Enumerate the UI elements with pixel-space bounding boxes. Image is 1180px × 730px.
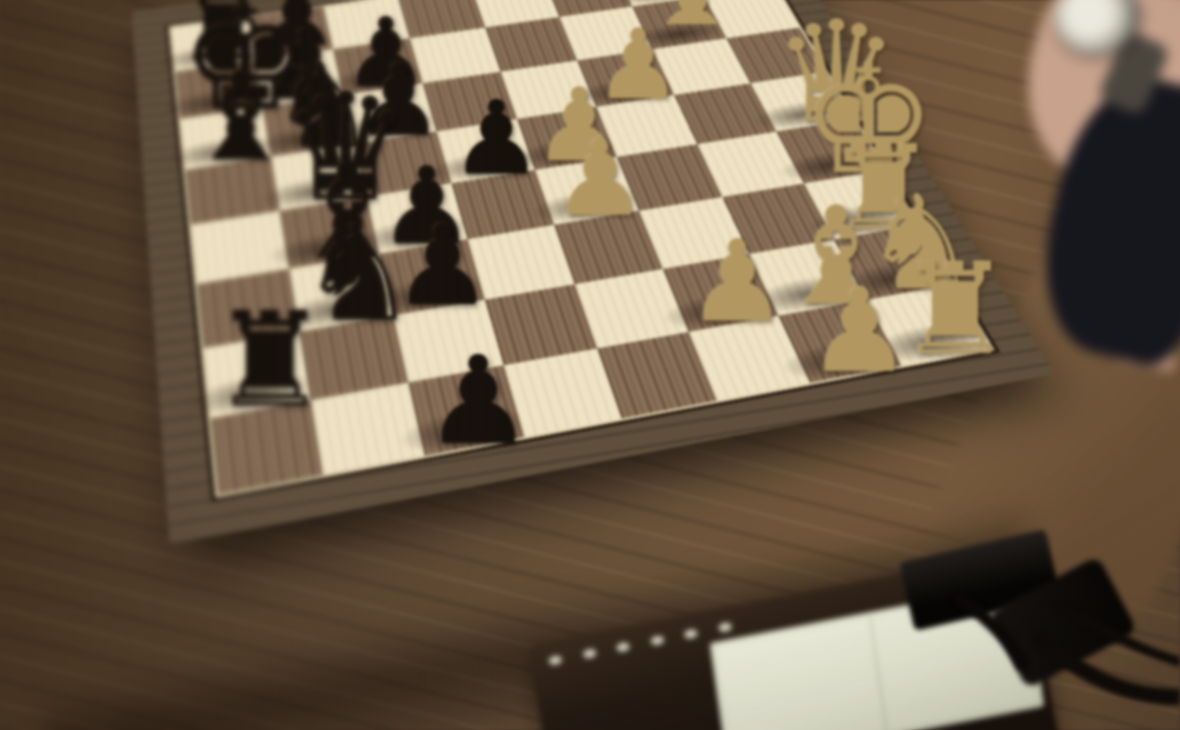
player-hand: [980, 0, 1180, 420]
photo-layer: ♜♚♝♜♟♟♞♛♝♞♟♟♟♟♟♟♟♟♟♟♟♟♝♟♛♚♜♞♜: [0, 0, 1180, 730]
chess-game-photo: ♜♚♝♜♟♟♞♛♝♞♟♟♟♟♟♟♟♟♟♟♟♟♝♟♛♚♜♞♜: [0, 0, 1180, 730]
